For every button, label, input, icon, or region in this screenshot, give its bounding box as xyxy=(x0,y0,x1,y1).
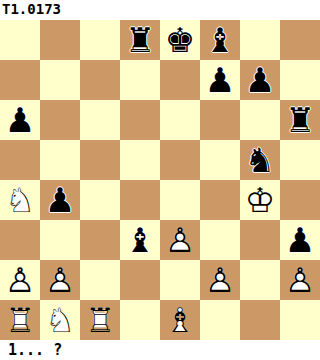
white-bishop[interactable]: ♝♗ xyxy=(160,300,200,340)
square-d8[interactable]: ♜ xyxy=(120,20,160,60)
chess-board: ♜♚♝♟♟♟♜♞♞♘♟♚♔♝♟♙♟♟♙♟♙♟♙♟♙♜♖♞♘♜♖♝♗ xyxy=(0,20,320,340)
black-rook[interactable]: ♜ xyxy=(120,20,160,60)
white-rook-outline: ♖ xyxy=(80,300,120,340)
square-c4[interactable] xyxy=(80,180,120,220)
square-h2[interactable]: ♟♙ xyxy=(280,260,320,300)
square-c5[interactable] xyxy=(80,140,120,180)
white-rook[interactable]: ♜♖ xyxy=(80,300,120,340)
white-knight-outline: ♘ xyxy=(40,300,80,340)
black-king[interactable]: ♚ xyxy=(160,20,200,60)
square-g2[interactable] xyxy=(240,260,280,300)
square-b3[interactable] xyxy=(40,220,80,260)
white-rook-outline: ♖ xyxy=(0,300,40,340)
chess-puzzle-window: T1.0173 ♜♚♝♟♟♟♜♞♞♘♟♚♔♝♟♙♟♟♙♟♙♟♙♟♙♜♖♞♘♜♖♝… xyxy=(0,0,320,360)
square-c2[interactable] xyxy=(80,260,120,300)
black-bishop[interactable]: ♝ xyxy=(120,220,160,260)
black-rook-glyph: ♜ xyxy=(120,20,160,60)
square-d3[interactable]: ♝ xyxy=(120,220,160,260)
square-e2[interactable] xyxy=(160,260,200,300)
square-e5[interactable] xyxy=(160,140,200,180)
white-king[interactable]: ♚♔ xyxy=(240,180,280,220)
square-h5[interactable] xyxy=(280,140,320,180)
square-a6[interactable]: ♟ xyxy=(0,100,40,140)
black-knight-glyph: ♞ xyxy=(240,140,280,180)
square-b8[interactable] xyxy=(40,20,80,60)
square-f1[interactable] xyxy=(200,300,240,340)
square-e1[interactable]: ♝♗ xyxy=(160,300,200,340)
black-pawn[interactable]: ♟ xyxy=(280,220,320,260)
square-b4[interactable]: ♟ xyxy=(40,180,80,220)
white-pawn-outline: ♙ xyxy=(160,220,200,260)
puzzle-id: T1.0173 xyxy=(0,0,320,20)
square-c6[interactable] xyxy=(80,100,120,140)
white-knight[interactable]: ♞♘ xyxy=(40,300,80,340)
square-d7[interactable] xyxy=(120,60,160,100)
black-bishop-glyph: ♝ xyxy=(200,20,240,60)
square-f3[interactable] xyxy=(200,220,240,260)
black-knight[interactable]: ♞ xyxy=(240,140,280,180)
square-f7[interactable]: ♟ xyxy=(200,60,240,100)
black-king-glyph: ♚ xyxy=(160,20,200,60)
white-pawn[interactable]: ♟♙ xyxy=(40,260,80,300)
white-pawn[interactable]: ♟♙ xyxy=(280,260,320,300)
square-h6[interactable]: ♜ xyxy=(280,100,320,140)
square-a5[interactable] xyxy=(0,140,40,180)
black-pawn[interactable]: ♟ xyxy=(40,180,80,220)
white-knight[interactable]: ♞♘ xyxy=(0,180,40,220)
black-pawn[interactable]: ♟ xyxy=(200,60,240,100)
square-g3[interactable] xyxy=(240,220,280,260)
square-e7[interactable] xyxy=(160,60,200,100)
square-g7[interactable]: ♟ xyxy=(240,60,280,100)
square-a1[interactable]: ♜♖ xyxy=(0,300,40,340)
white-pawn[interactable]: ♟♙ xyxy=(160,220,200,260)
white-rook[interactable]: ♜♖ xyxy=(0,300,40,340)
square-d6[interactable] xyxy=(120,100,160,140)
square-d4[interactable] xyxy=(120,180,160,220)
white-pawn[interactable]: ♟♙ xyxy=(200,260,240,300)
black-bishop-glyph: ♝ xyxy=(120,220,160,260)
square-h8[interactable] xyxy=(280,20,320,60)
square-h1[interactable] xyxy=(280,300,320,340)
square-d5[interactable] xyxy=(120,140,160,180)
square-c3[interactable] xyxy=(80,220,120,260)
black-rook-glyph: ♜ xyxy=(280,100,320,140)
square-c8[interactable] xyxy=(80,20,120,60)
square-h4[interactable] xyxy=(280,180,320,220)
black-pawn[interactable]: ♟ xyxy=(240,60,280,100)
square-f8[interactable]: ♝ xyxy=(200,20,240,60)
square-b6[interactable] xyxy=(40,100,80,140)
square-e3[interactable]: ♟♙ xyxy=(160,220,200,260)
white-pawn[interactable]: ♟♙ xyxy=(0,260,40,300)
white-pawn-outline: ♙ xyxy=(200,260,240,300)
square-g1[interactable] xyxy=(240,300,280,340)
black-pawn-glyph: ♟ xyxy=(280,220,320,260)
square-h3[interactable]: ♟ xyxy=(280,220,320,260)
square-b7[interactable] xyxy=(40,60,80,100)
square-g8[interactable] xyxy=(240,20,280,60)
white-king-outline: ♔ xyxy=(240,180,280,220)
black-bishop[interactable]: ♝ xyxy=(200,20,240,60)
square-d2[interactable] xyxy=(120,260,160,300)
square-b1[interactable]: ♞♘ xyxy=(40,300,80,340)
white-pawn-outline: ♙ xyxy=(40,260,80,300)
square-f4[interactable] xyxy=(200,180,240,220)
square-e8[interactable]: ♚ xyxy=(160,20,200,60)
square-a3[interactable] xyxy=(0,220,40,260)
square-a7[interactable] xyxy=(0,60,40,100)
white-knight-outline: ♘ xyxy=(0,180,40,220)
square-c1[interactable]: ♜♖ xyxy=(80,300,120,340)
black-pawn[interactable]: ♟ xyxy=(0,100,40,140)
black-pawn-glyph: ♟ xyxy=(40,180,80,220)
square-f5[interactable] xyxy=(200,140,240,180)
square-a4[interactable]: ♞♘ xyxy=(0,180,40,220)
square-h7[interactable] xyxy=(280,60,320,100)
square-f2[interactable]: ♟♙ xyxy=(200,260,240,300)
square-d1[interactable] xyxy=(120,300,160,340)
square-a8[interactable] xyxy=(0,20,40,60)
square-f6[interactable] xyxy=(200,100,240,140)
square-b5[interactable] xyxy=(40,140,80,180)
move-prompt: 1... ? xyxy=(0,340,320,360)
black-pawn-glyph: ♟ xyxy=(200,60,240,100)
white-pawn-outline: ♙ xyxy=(280,260,320,300)
black-pawn-glyph: ♟ xyxy=(240,60,280,100)
square-a2[interactable]: ♟♙ xyxy=(0,260,40,300)
black-rook[interactable]: ♜ xyxy=(280,100,320,140)
white-bishop-outline: ♗ xyxy=(160,300,200,340)
black-pawn-glyph: ♟ xyxy=(0,100,40,140)
square-e4[interactable] xyxy=(160,180,200,220)
square-g5[interactable]: ♞ xyxy=(240,140,280,180)
white-pawn-outline: ♙ xyxy=(0,260,40,300)
square-b2[interactable]: ♟♙ xyxy=(40,260,80,300)
square-g4[interactable]: ♚♔ xyxy=(240,180,280,220)
square-c7[interactable] xyxy=(80,60,120,100)
square-g6[interactable] xyxy=(240,100,280,140)
square-e6[interactable] xyxy=(160,100,200,140)
